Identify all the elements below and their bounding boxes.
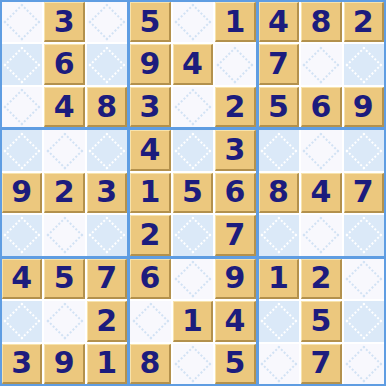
given-digit: 7 — [96, 263, 117, 293]
diamond-icon — [46, 217, 83, 254]
given-digit: 4 — [11, 263, 32, 293]
diamond-icon — [175, 217, 212, 254]
cell-r1c5[interactable] — [173, 2, 213, 42]
given-digit: 5 — [268, 92, 289, 122]
cell-r2c2: 6 — [44, 44, 84, 84]
cell-r9c6: 5 — [215, 344, 255, 384]
diamond-icon — [345, 303, 382, 340]
given-digit: 3 — [96, 177, 117, 207]
cell-r5c4: 1 — [130, 173, 170, 213]
cell-r6c4: 2 — [130, 215, 170, 255]
given-digit: 4 — [182, 49, 203, 79]
cell-r5c8: 4 — [301, 173, 341, 213]
given-digit: 4 — [224, 306, 245, 336]
given-digit: 7 — [353, 177, 374, 207]
given-digit: 9 — [54, 348, 75, 378]
cell-r8c2[interactable] — [44, 301, 84, 341]
cell-r5c3: 3 — [87, 173, 127, 213]
cell-r5c6: 6 — [215, 173, 255, 213]
diamond-icon — [4, 89, 41, 126]
cell-r3c9: 9 — [344, 87, 384, 127]
cell-r6c8[interactable] — [301, 215, 341, 255]
given-digit: 8 — [96, 92, 117, 122]
box-4: 923 — [2, 130, 127, 255]
cell-r8c7[interactable] — [259, 301, 299, 341]
cell-r3c3: 8 — [87, 87, 127, 127]
cell-r1c4: 5 — [130, 2, 170, 42]
cell-r2c1[interactable] — [2, 44, 42, 84]
diamond-icon — [261, 345, 298, 382]
diamond-icon — [345, 217, 382, 254]
given-digit: 2 — [310, 263, 331, 293]
given-digit: 9 — [353, 92, 374, 122]
given-digit: 2 — [353, 7, 374, 37]
cell-r5c7: 8 — [259, 173, 299, 213]
cell-r5c2: 2 — [44, 173, 84, 213]
given-digit: 8 — [140, 348, 161, 378]
diamond-icon — [175, 345, 212, 382]
diamond-icon — [217, 46, 254, 83]
given-digit: 2 — [140, 220, 161, 250]
cell-r2c4: 9 — [130, 44, 170, 84]
cell-r1c3[interactable] — [87, 2, 127, 42]
cell-r6c6: 7 — [215, 215, 255, 255]
given-digit: 8 — [310, 7, 331, 37]
diamond-icon — [89, 132, 126, 169]
cell-r4c1[interactable] — [2, 130, 42, 170]
cell-r9c3: 1 — [87, 344, 127, 384]
given-digit: 7 — [310, 348, 331, 378]
given-digit: 3 — [11, 348, 32, 378]
diamond-icon — [303, 217, 340, 254]
given-digit: 1 — [96, 348, 117, 378]
cell-r6c9[interactable] — [344, 215, 384, 255]
cell-r5c9: 7 — [344, 173, 384, 213]
cell-r7c8: 2 — [301, 259, 341, 299]
cell-r6c2[interactable] — [44, 215, 84, 255]
diamond-icon — [303, 132, 340, 169]
cell-r3c1[interactable] — [2, 87, 42, 127]
cell-r9c5[interactable] — [173, 344, 213, 384]
cell-r7c9[interactable] — [344, 259, 384, 299]
diamond-icon — [132, 303, 169, 340]
cell-r5c5: 5 — [173, 173, 213, 213]
cell-r4c6: 3 — [215, 130, 255, 170]
cell-r4c5[interactable] — [173, 130, 213, 170]
cell-r7c1: 4 — [2, 259, 42, 299]
box-5: 4315627 — [130, 130, 255, 255]
cell-r5c1: 9 — [2, 173, 42, 213]
diamond-icon — [46, 132, 83, 169]
given-digit: 3 — [54, 7, 75, 37]
given-digit: 2 — [96, 306, 117, 336]
given-digit: 2 — [54, 177, 75, 207]
diamond-icon — [261, 217, 298, 254]
given-digit: 3 — [140, 92, 161, 122]
box-3: 4827569 — [259, 2, 384, 127]
diamond-icon — [345, 345, 382, 382]
cell-r2c6[interactable] — [215, 44, 255, 84]
given-digit: 4 — [310, 177, 331, 207]
cell-r3c5[interactable] — [173, 87, 213, 127]
given-digit: 6 — [54, 49, 75, 79]
given-digit: 4 — [54, 92, 75, 122]
diamond-icon — [89, 4, 126, 41]
cell-r6c5[interactable] — [173, 215, 213, 255]
given-digit: 5 — [182, 177, 203, 207]
given-digit: 5 — [140, 7, 161, 37]
diamond-icon — [175, 132, 212, 169]
cell-r4c7[interactable] — [259, 130, 299, 170]
cell-r8c6: 4 — [215, 301, 255, 341]
cell-r6c1[interactable] — [2, 215, 42, 255]
cell-r2c5: 4 — [173, 44, 213, 84]
sudoku-board: 3648519432482756992343156278474572391691… — [0, 0, 386, 386]
given-digit: 3 — [224, 135, 245, 165]
diamond-icon — [261, 132, 298, 169]
cell-r7c7: 1 — [259, 259, 299, 299]
cell-r7c3: 7 — [87, 259, 127, 299]
cell-r1c8: 8 — [301, 2, 341, 42]
cell-r6c3[interactable] — [87, 215, 127, 255]
box-7: 4572391 — [2, 259, 127, 384]
cell-r8c5: 1 — [173, 301, 213, 341]
cell-r7c6: 9 — [215, 259, 255, 299]
given-digit: 6 — [140, 263, 161, 293]
given-digit: 7 — [268, 49, 289, 79]
cell-r9c4: 8 — [130, 344, 170, 384]
cell-r7c2: 5 — [44, 259, 84, 299]
diamond-icon — [261, 303, 298, 340]
cell-r1c7: 4 — [259, 2, 299, 42]
box-8: 691485 — [130, 259, 255, 384]
cell-r3c4: 3 — [130, 87, 170, 127]
given-digit: 7 — [224, 220, 245, 250]
cell-r8c4[interactable] — [130, 301, 170, 341]
box-6: 847 — [259, 130, 384, 255]
cell-r1c6: 1 — [215, 2, 255, 42]
cell-r3c6: 2 — [215, 87, 255, 127]
cell-r2c3[interactable] — [87, 44, 127, 84]
cell-r2c9[interactable] — [344, 44, 384, 84]
cell-r8c8: 5 — [301, 301, 341, 341]
cell-r8c3: 2 — [87, 301, 127, 341]
diamond-icon — [89, 46, 126, 83]
cell-r1c2: 3 — [44, 2, 84, 42]
given-digit: 8 — [268, 177, 289, 207]
cell-r4c2[interactable] — [44, 130, 84, 170]
diamond-icon — [175, 4, 212, 41]
given-digit: 1 — [140, 177, 161, 207]
diamond-icon — [175, 261, 212, 298]
cell-r6c7[interactable] — [259, 215, 299, 255]
cell-r9c8: 7 — [301, 344, 341, 384]
cell-r8c1[interactable] — [2, 301, 42, 341]
diamond-icon — [4, 132, 41, 169]
given-digit: 2 — [224, 92, 245, 122]
cell-r4c3[interactable] — [87, 130, 127, 170]
cell-r3c8: 6 — [301, 87, 341, 127]
given-digit: 5 — [310, 306, 331, 336]
cell-r2c8[interactable] — [301, 44, 341, 84]
box-9: 1257 — [259, 259, 384, 384]
cell-r2c7: 7 — [259, 44, 299, 84]
cell-r9c2: 9 — [44, 344, 84, 384]
diamond-icon — [345, 46, 382, 83]
given-digit: 4 — [140, 135, 161, 165]
box-1: 3648 — [2, 2, 127, 127]
cell-r9c9[interactable] — [344, 344, 384, 384]
diamond-icon — [89, 217, 126, 254]
cell-r3c7: 5 — [259, 87, 299, 127]
given-digit: 9 — [224, 263, 245, 293]
given-digit: 5 — [224, 348, 245, 378]
cell-r1c9: 2 — [344, 2, 384, 42]
given-digit: 6 — [310, 92, 331, 122]
diamond-icon — [4, 217, 41, 254]
given-digit: 1 — [268, 263, 289, 293]
cell-r7c5[interactable] — [173, 259, 213, 299]
diamond-icon — [175, 89, 212, 126]
cell-r3c2: 4 — [44, 87, 84, 127]
given-digit: 1 — [182, 306, 203, 336]
given-digit: 1 — [224, 7, 245, 37]
cell-r8c9[interactable] — [344, 301, 384, 341]
cell-r4c8[interactable] — [301, 130, 341, 170]
diamond-icon — [303, 46, 340, 83]
cell-r4c4: 4 — [130, 130, 170, 170]
diamond-icon — [345, 261, 382, 298]
box-2: 519432 — [130, 2, 255, 127]
diamond-icon — [46, 303, 83, 340]
cell-r9c1: 3 — [2, 344, 42, 384]
diamond-icon — [4, 46, 41, 83]
cell-r9c7[interactable] — [259, 344, 299, 384]
given-digit: 9 — [11, 177, 32, 207]
given-digit: 9 — [140, 49, 161, 79]
given-digit: 5 — [54, 263, 75, 293]
diamond-icon — [4, 303, 41, 340]
given-digit: 6 — [224, 177, 245, 207]
diamond-icon — [4, 4, 41, 41]
cell-r7c4: 6 — [130, 259, 170, 299]
diamond-icon — [345, 132, 382, 169]
cell-r4c9[interactable] — [344, 130, 384, 170]
cell-r1c1[interactable] — [2, 2, 42, 42]
given-digit: 4 — [268, 7, 289, 37]
